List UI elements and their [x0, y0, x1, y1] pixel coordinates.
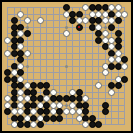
black-stone — [30, 82, 37, 89]
black-stone — [17, 82, 24, 89]
white-stone — [95, 82, 102, 89]
white-stone — [4, 95, 11, 102]
white-stone — [30, 108, 37, 115]
black-stone — [115, 82, 122, 89]
black-stone — [115, 30, 122, 37]
white-stone — [24, 50, 31, 57]
board-grid[interactable] — [2, 2, 131, 131]
hoshi-point — [65, 26, 68, 29]
black-stone — [95, 4, 102, 11]
black-stone — [17, 69, 24, 76]
hoshi-point — [65, 65, 68, 68]
white-stone — [37, 17, 44, 24]
black-stone — [108, 63, 115, 70]
white-stone — [17, 95, 24, 102]
hoshi-point — [26, 65, 29, 68]
black-stone — [4, 69, 11, 76]
white-stone — [82, 4, 89, 11]
black-stone — [63, 4, 70, 11]
white-stone — [17, 11, 24, 18]
white-stone — [30, 121, 37, 128]
white-stone — [102, 69, 109, 76]
black-stone — [43, 108, 50, 115]
white-stone — [121, 11, 128, 18]
black-stone — [121, 76, 128, 83]
white-stone — [108, 43, 115, 50]
white-stone — [43, 95, 50, 102]
black-stone — [82, 108, 89, 115]
white-stone — [17, 30, 24, 37]
hoshi-point — [104, 26, 107, 29]
white-stone — [115, 4, 122, 11]
black-stone — [115, 43, 122, 50]
black-stone — [56, 108, 63, 115]
black-stone — [95, 30, 102, 37]
black-stone — [95, 17, 102, 24]
black-stone — [11, 17, 18, 24]
black-stone — [95, 37, 102, 44]
black-stone — [17, 121, 24, 128]
black-stone — [4, 108, 11, 115]
white-stone — [17, 43, 24, 50]
white-stone — [82, 121, 89, 128]
black-stone — [69, 95, 76, 102]
black-stone — [108, 24, 115, 31]
black-stone — [108, 82, 115, 89]
black-stone — [115, 17, 122, 24]
white-stone — [121, 63, 128, 70]
black-stone — [17, 56, 24, 63]
white-stone — [24, 17, 31, 24]
white-stone — [82, 17, 89, 24]
black-stone — [37, 121, 44, 128]
white-stone — [102, 30, 109, 37]
white-stone — [108, 56, 115, 63]
black-stone — [69, 17, 76, 24]
white-stone — [17, 108, 24, 115]
white-stone — [82, 95, 89, 102]
black-stone — [4, 76, 11, 83]
white-stone — [63, 30, 70, 37]
white-stone — [4, 37, 11, 44]
white-stone — [108, 4, 115, 11]
hoshi-point — [65, 104, 68, 107]
black-stone — [121, 56, 128, 63]
white-stone — [4, 50, 11, 57]
black-stone — [30, 95, 37, 102]
white-stone — [108, 17, 115, 24]
black-stone — [56, 95, 63, 102]
black-stone — [43, 115, 50, 122]
black-stone — [24, 30, 31, 37]
black-stone — [102, 108, 109, 115]
white-stone — [69, 108, 76, 115]
grid-line-horizontal — [7, 79, 125, 80]
black-stone — [56, 115, 63, 122]
black-stone — [43, 82, 50, 89]
white-stone — [108, 89, 115, 96]
black-stone — [95, 121, 102, 128]
go-board[interactable] — [0, 0, 133, 133]
hoshi-point — [26, 26, 29, 29]
